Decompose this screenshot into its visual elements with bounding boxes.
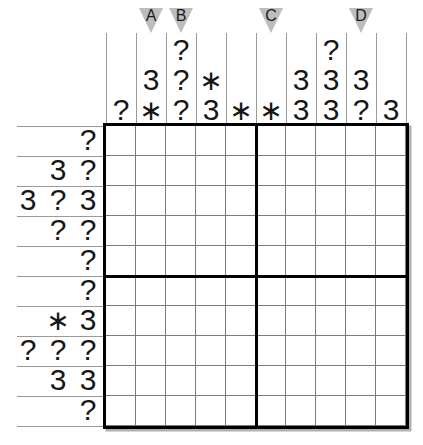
grid-cell-r4c9[interactable] — [346, 216, 376, 246]
row-clue: 3 — [73, 306, 103, 336]
grid-cell-r5c10[interactable] — [376, 246, 406, 276]
grid-cell-r9c2[interactable] — [136, 366, 166, 396]
column-6-clues: ∗ — [256, 36, 286, 126]
grid-cell-r9c8[interactable] — [316, 366, 346, 396]
column-clue-value: 3 — [203, 95, 220, 125]
grid-cell-r7c9[interactable] — [346, 306, 376, 336]
grid-cell-r7c8[interactable] — [316, 306, 346, 336]
row-clue-value: ? — [50, 185, 67, 215]
row-clue: ? — [13, 336, 43, 366]
grid-cell-r6c7[interactable] — [286, 276, 316, 306]
grid-cell-r3c8[interactable] — [316, 186, 346, 216]
row-clue: ? — [73, 396, 103, 426]
grid-cell-r2c4[interactable] — [196, 156, 226, 186]
row-clue: 3 — [73, 366, 103, 396]
grid-cell-r7c2[interactable] — [136, 306, 166, 336]
row-clue-value: ? — [80, 395, 97, 425]
grid-cell-r1c5[interactable] — [226, 126, 256, 156]
grid-cell-r7c10[interactable] — [376, 306, 406, 336]
row-clue-value: ? — [50, 215, 67, 245]
column-clue: 3 — [286, 96, 316, 126]
column-clue-value: ? — [113, 95, 130, 125]
row-clue-value: ? — [50, 335, 67, 365]
grid-cell-r10c5[interactable] — [226, 396, 256, 426]
row-9-clues: 33 — [0, 366, 103, 396]
column-clue-value: ? — [323, 35, 340, 65]
column-clue-value: 3 — [383, 95, 400, 125]
grid-cell-r7c3[interactable] — [166, 306, 196, 336]
row-clue: ? — [73, 276, 103, 306]
row-clue: ? — [43, 336, 73, 366]
grid-cell-r2c9[interactable] — [346, 156, 376, 186]
row-3-clues: 3?3 — [0, 186, 103, 216]
grid-cell-r10c2[interactable] — [136, 396, 166, 426]
grid-cell-r9c5[interactable] — [226, 366, 256, 396]
column-clue-value: 3 — [323, 95, 340, 125]
row-clue-value: 3 — [80, 305, 97, 335]
row-clue-value: 3 — [80, 365, 97, 395]
grid-cell-r6c9[interactable] — [346, 276, 376, 306]
grid-cell-r7c7[interactable] — [286, 306, 316, 336]
grid-cell-r5c4[interactable] — [196, 246, 226, 276]
column-clue: ∗ — [196, 66, 226, 96]
column-1-clues: ? — [106, 36, 136, 126]
grid-cell-r4c10[interactable] — [376, 216, 406, 246]
grid-cell-r5c6[interactable] — [256, 246, 286, 276]
row-clue-value: ? — [80, 215, 97, 245]
row-clue: 3 — [73, 186, 103, 216]
row-8-clues: ??? — [0, 336, 103, 366]
row-clue: ? — [73, 246, 103, 276]
grid-cell-r9c1[interactable] — [106, 366, 136, 396]
column-clue-value: ? — [353, 95, 370, 125]
grid-cell-r9c6[interactable] — [256, 366, 286, 396]
grid-cell-r8c2[interactable] — [136, 336, 166, 366]
grid-cell-r2c10[interactable] — [376, 156, 406, 186]
column-clue: 3 — [346, 66, 376, 96]
column-4-clues: ∗3 — [196, 36, 226, 126]
column-clue-value: ? — [173, 35, 190, 65]
grid-cell-r3c6[interactable] — [256, 186, 286, 216]
row-clue-value: 3 — [80, 185, 97, 215]
grid-cell-r4c3[interactable] — [166, 216, 196, 246]
column-3-clues: ??? — [166, 36, 196, 126]
grid-cell-r6c6[interactable] — [256, 276, 286, 306]
grid-cell-r1c7[interactable] — [286, 126, 316, 156]
row-clue-value: ? — [80, 275, 97, 305]
grid-cell-r8c8[interactable] — [316, 336, 346, 366]
column-clue-value: 3 — [323, 65, 340, 95]
grid-cell-r3c10[interactable] — [376, 186, 406, 216]
row-clue-value: 3 — [20, 185, 37, 215]
column-clue: ∗ — [226, 96, 256, 126]
column-clue-value: 3 — [293, 65, 310, 95]
column-clue: ? — [106, 96, 136, 126]
column-clue: 3 — [196, 96, 226, 126]
column-9-clues: 3? — [346, 36, 376, 126]
column-clue-value: ? — [173, 95, 190, 125]
grid-cell-r2c5[interactable] — [226, 156, 256, 186]
row-clue: ? — [73, 216, 103, 246]
row-clue: ? — [73, 336, 103, 366]
grid-cell-r1c10[interactable] — [376, 126, 406, 156]
row-clue-value: ? — [80, 125, 97, 155]
column-7-clues: 33 — [286, 36, 316, 126]
grid-cell-r10c9[interactable] — [346, 396, 376, 426]
grid-cell-r10c7[interactable] — [286, 396, 316, 426]
column-clue-value: ∗ — [199, 67, 222, 95]
grid-cell-r4c5[interactable] — [226, 216, 256, 246]
grid-cell-r10c10[interactable] — [376, 396, 406, 426]
row-clue-value: ? — [80, 335, 97, 365]
grid-cell-r4c1[interactable] — [106, 216, 136, 246]
grid-cell-r4c6[interactable] — [256, 216, 286, 246]
grid-cell-r5c2[interactable] — [136, 246, 166, 276]
row-clue-value: 3 — [50, 365, 67, 395]
grid-cell-r8c3[interactable] — [166, 336, 196, 366]
row-10-clues: ? — [0, 396, 103, 426]
column-clue: ? — [346, 96, 376, 126]
grid-cell-r2c7[interactable] — [286, 156, 316, 186]
row-clue-value: ? — [20, 335, 37, 365]
row-4-clues: ?? — [0, 216, 103, 246]
column-2-clues: 3∗ — [136, 36, 166, 126]
column-clue-value: ? — [173, 65, 190, 95]
grid-cell-r7c1[interactable] — [106, 306, 136, 336]
column-clue-value: ∗ — [259, 97, 282, 125]
grid-cell-r9c7[interactable] — [286, 366, 316, 396]
column-clue-value: ∗ — [229, 97, 252, 125]
grid-cell-r1c6[interactable] — [256, 126, 286, 156]
grid-cell-r9c3[interactable] — [166, 366, 196, 396]
row-clue: 3 — [43, 156, 73, 186]
column-clue: 3 — [376, 96, 406, 126]
grid-cell-r6c10[interactable] — [376, 276, 406, 306]
grid-cell-r2c2[interactable] — [136, 156, 166, 186]
grid-cell-r1c1[interactable] — [106, 126, 136, 156]
column-clue: 3 — [286, 66, 316, 96]
grid-cell-r10c8[interactable] — [316, 396, 346, 426]
grid-cell-r2c8[interactable] — [316, 156, 346, 186]
grid-cell-r5c3[interactable] — [166, 246, 196, 276]
grid-cell-r6c5[interactable] — [226, 276, 256, 306]
grid-cell-r3c4[interactable] — [196, 186, 226, 216]
grid-cell-r6c1[interactable] — [106, 276, 136, 306]
puzzle-grid — [106, 126, 406, 426]
column-5-clues: ∗ — [226, 36, 256, 126]
column-clue: ? — [166, 66, 196, 96]
grid-cell-r9c4[interactable] — [196, 366, 226, 396]
grid-cell-r6c4[interactable] — [196, 276, 226, 306]
grid-cell-r7c4[interactable] — [196, 306, 226, 336]
marker-label-B: B — [169, 8, 193, 24]
row-clue: ? — [73, 156, 103, 186]
row-6-clues: ? — [0, 276, 103, 306]
grid-cell-r8c5[interactable] — [226, 336, 256, 366]
grid-cell-r3c1[interactable] — [106, 186, 136, 216]
column-clue: ? — [166, 96, 196, 126]
marker-label-D: D — [349, 8, 373, 24]
grid-cell-r5c5[interactable] — [226, 246, 256, 276]
column-clue: ∗ — [136, 96, 166, 126]
grid-cell-r5c9[interactable] — [346, 246, 376, 276]
column-clue-value: ∗ — [139, 97, 162, 125]
grid-cell-r10c3[interactable] — [166, 396, 196, 426]
grid-cell-r5c7[interactable] — [286, 246, 316, 276]
column-clue: 3 — [316, 96, 346, 126]
column-clue: ∗ — [256, 96, 286, 126]
row-clue: ? — [43, 216, 73, 246]
marker-label-A: A — [139, 8, 163, 24]
marker-label-C: C — [259, 8, 283, 24]
grid-cell-r1c8[interactable] — [316, 126, 346, 156]
nonogram-puzzle: ?3∗???∗3∗∗33?333?3 ?3?3?3????∗3???33? AB… — [0, 0, 423, 445]
column-clue: ? — [316, 36, 346, 66]
grid-cell-r5c1[interactable] — [106, 246, 136, 276]
row-7-clues: ∗3 — [0, 306, 103, 336]
grid-cell-r8c6[interactable] — [256, 336, 286, 366]
grid-cell-r2c3[interactable] — [166, 156, 196, 186]
row-1-clues: ? — [0, 126, 103, 156]
grid-cell-r6c8[interactable] — [316, 276, 346, 306]
grid-cell-r4c8[interactable] — [316, 216, 346, 246]
grid-cell-r10c6[interactable] — [256, 396, 286, 426]
grid-cell-r2c1[interactable] — [106, 156, 136, 186]
grid-cell-r4c7[interactable] — [286, 216, 316, 246]
grid-cell-r3c3[interactable] — [166, 186, 196, 216]
grid-cell-r7c6[interactable] — [256, 306, 286, 336]
row-clue: 3 — [43, 366, 73, 396]
grid-cell-r9c10[interactable] — [376, 366, 406, 396]
grid-cell-r8c9[interactable] — [346, 336, 376, 366]
grid-cell-r1c2[interactable] — [136, 126, 166, 156]
column-clue: 3 — [136, 66, 166, 96]
grid-cell-r3c7[interactable] — [286, 186, 316, 216]
grid-cell-r8c1[interactable] — [106, 336, 136, 366]
column-10-clues: 3 — [376, 36, 406, 126]
grid-cell-r8c4[interactable] — [196, 336, 226, 366]
row-clue: ? — [43, 186, 73, 216]
grid-cell-r4c4[interactable] — [196, 216, 226, 246]
column-clue-value: 3 — [293, 95, 310, 125]
column-clue: 3 — [316, 66, 346, 96]
row-clue: 3 — [13, 186, 43, 216]
row-clue-value: ∗ — [46, 307, 69, 335]
grid-cell-r1c3[interactable] — [166, 126, 196, 156]
grid-cell-r4c2[interactable] — [136, 216, 166, 246]
column-clue: ? — [166, 36, 196, 66]
grid-cell-r2c6[interactable] — [256, 156, 286, 186]
row-5-clues: ? — [0, 246, 103, 276]
grid-cell-r8c10[interactable] — [376, 336, 406, 366]
grid-cell-r3c9[interactable] — [346, 186, 376, 216]
grid-cell-r1c9[interactable] — [346, 126, 376, 156]
grid-cell-r10c1[interactable] — [106, 396, 136, 426]
grid-cell-r6c2[interactable] — [136, 276, 166, 306]
grid-cell-r9c9[interactable] — [346, 366, 376, 396]
row-clue: ∗ — [43, 306, 73, 336]
column-clue-value: 3 — [353, 65, 370, 95]
row-2-clues: 3? — [0, 156, 103, 186]
grid-cell-r6c3[interactable] — [166, 276, 196, 306]
grid-cell-r1c4[interactable] — [196, 126, 226, 156]
column-clue-value: 3 — [143, 65, 160, 95]
grid-cell-r7c5[interactable] — [226, 306, 256, 336]
grid-cell-r10c4[interactable] — [196, 396, 226, 426]
row-clue-value: ? — [80, 245, 97, 275]
grid-cell-r5c8[interactable] — [316, 246, 346, 276]
row-clue-value: ? — [80, 155, 97, 185]
grid-cell-r8c7[interactable] — [286, 336, 316, 366]
grid-cell-r3c2[interactable] — [136, 186, 166, 216]
row-clue: ? — [73, 126, 103, 156]
grid-cell-r3c5[interactable] — [226, 186, 256, 216]
column-8-clues: ?33 — [316, 36, 346, 126]
row-clue-value: 3 — [50, 155, 67, 185]
